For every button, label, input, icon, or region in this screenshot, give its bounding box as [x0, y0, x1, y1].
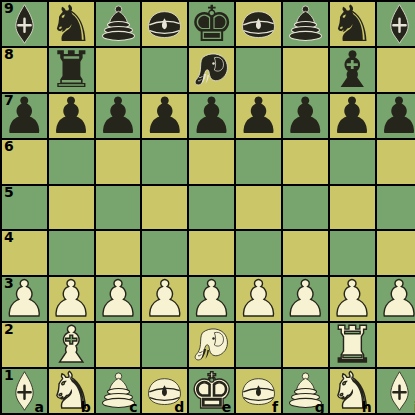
square-e2[interactable]: [189, 323, 234, 367]
square-g4[interactable]: [283, 231, 328, 275]
white-rook-icon[interactable]: ♜: [330, 323, 375, 367]
black-pawn-icon[interactable]: ♟: [283, 94, 328, 138]
white-pawn-icon[interactable]: ♟: [189, 277, 234, 321]
square-h5[interactable]: [330, 186, 375, 230]
square-g8[interactable]: [283, 48, 328, 92]
white-pawn-icon[interactable]: ♟: [236, 277, 281, 321]
square-c2[interactable]: [96, 323, 141, 367]
black-pawn-icon[interactable]: ♟: [142, 94, 187, 138]
rank-label-9: 9: [4, 0, 14, 16]
square-f1[interactable]: f: [236, 369, 281, 413]
square-c6[interactable]: [96, 140, 141, 184]
square-d6[interactable]: [142, 140, 187, 184]
square-h8[interactable]: ♝: [330, 48, 375, 92]
square-c5[interactable]: [96, 186, 141, 230]
square-h4[interactable]: [330, 231, 375, 275]
file-label-h: h: [362, 399, 372, 415]
square-a6[interactable]: 6: [2, 140, 47, 184]
black-knight-icon[interactable]: ♞: [49, 2, 94, 46]
square-i4[interactable]: [377, 231, 415, 275]
black-drunk-elephant-icon[interactable]: [191, 49, 232, 91]
square-g3[interactable]: ♟: [283, 277, 328, 321]
square-i5[interactable]: [377, 186, 415, 230]
black-knight-icon[interactable]: ♞: [330, 2, 375, 46]
square-b9[interactable]: ♞: [49, 2, 94, 46]
square-e3[interactable]: ♟: [189, 277, 234, 321]
square-c9[interactable]: [96, 2, 141, 46]
white-pawn-icon[interactable]: ♟: [283, 277, 328, 321]
black-pawn-icon[interactable]: ♟: [49, 94, 94, 138]
square-h1[interactable]: ♞h: [330, 369, 375, 413]
square-h9[interactable]: ♞: [330, 2, 375, 46]
black-rook-icon[interactable]: ♜: [49, 48, 94, 92]
square-d9[interactable]: [142, 2, 187, 46]
square-g9[interactable]: [283, 2, 328, 46]
black-pawn-icon[interactable]: ♟: [330, 94, 375, 138]
square-b3[interactable]: ♟: [49, 277, 94, 321]
white-pawn-icon[interactable]: ♟: [49, 277, 94, 321]
square-c8[interactable]: [96, 48, 141, 92]
square-e5[interactable]: [189, 186, 234, 230]
square-f2[interactable]: [236, 323, 281, 367]
square-e1[interactable]: ♚e: [189, 369, 234, 413]
file-label-a: a: [34, 399, 43, 415]
black-pawn-icon[interactable]: ♟: [189, 94, 234, 138]
white-lance-icon[interactable]: [379, 370, 415, 412]
square-f5[interactable]: [236, 186, 281, 230]
black-gold-general-icon[interactable]: [238, 3, 279, 45]
rank-label-4: 4: [4, 229, 14, 245]
square-e4[interactable]: [189, 231, 234, 275]
square-a4[interactable]: 4: [2, 231, 47, 275]
file-label-g: g: [315, 399, 325, 415]
square-i7[interactable]: ♟: [377, 94, 415, 138]
square-f3[interactable]: ♟: [236, 277, 281, 321]
black-gold-general-icon[interactable]: [144, 3, 185, 45]
square-c4[interactable]: [96, 231, 141, 275]
square-f9[interactable]: [236, 2, 281, 46]
square-a5[interactable]: 5: [2, 186, 47, 230]
square-e9[interactable]: ♚: [189, 2, 234, 46]
file-label-d: d: [174, 399, 184, 415]
square-g1[interactable]: g: [283, 369, 328, 413]
black-pawn-icon[interactable]: ♟: [96, 94, 141, 138]
square-h3[interactable]: ♟: [330, 277, 375, 321]
square-d5[interactable]: [142, 186, 187, 230]
square-h6[interactable]: [330, 140, 375, 184]
square-h2[interactable]: ♜: [330, 323, 375, 367]
square-d7[interactable]: ♟: [142, 94, 187, 138]
square-i9[interactable]: [377, 2, 415, 46]
white-pawn-icon[interactable]: ♟: [330, 277, 375, 321]
square-e8[interactable]: [189, 48, 234, 92]
square-a3[interactable]: ♟3: [2, 277, 47, 321]
square-e6[interactable]: [189, 140, 234, 184]
square-i1[interactable]: i: [377, 369, 415, 413]
square-f8[interactable]: [236, 48, 281, 92]
square-a2[interactable]: 2: [2, 323, 47, 367]
black-silver-general-icon[interactable]: [285, 3, 326, 45]
square-i8[interactable]: [377, 48, 415, 92]
file-label-f: f: [272, 399, 278, 415]
square-d2[interactable]: [142, 323, 187, 367]
square-d8[interactable]: [142, 48, 187, 92]
black-silver-general-icon[interactable]: [98, 3, 139, 45]
square-g7[interactable]: ♟: [283, 94, 328, 138]
white-pawn-icon[interactable]: ♟: [377, 277, 415, 321]
square-a9[interactable]: 9: [2, 2, 47, 46]
square-i3[interactable]: ♟: [377, 277, 415, 321]
file-label-e: e: [222, 399, 232, 415]
black-bishop-icon[interactable]: ♝: [330, 48, 375, 92]
square-c3[interactable]: ♟: [96, 277, 141, 321]
file-label-b: b: [81, 399, 91, 415]
square-b8[interactable]: ♜: [49, 48, 94, 92]
square-b5[interactable]: [49, 186, 94, 230]
square-e7[interactable]: ♟: [189, 94, 234, 138]
square-b6[interactable]: [49, 140, 94, 184]
square-c1[interactable]: c: [96, 369, 141, 413]
rank-label-7: 7: [4, 92, 14, 108]
square-c7[interactable]: ♟: [96, 94, 141, 138]
square-f7[interactable]: ♟: [236, 94, 281, 138]
square-a1[interactable]: 1a: [2, 369, 47, 413]
rank-label-3: 3: [4, 275, 14, 291]
board: 9♞♚♞8♜♝♟7♟♟♟♟♟♟♟♟654♟3♟♟♟♟♟♟♟♟2♝♜1a♞bcd♚…: [0, 0, 415, 415]
rank-label-8: 8: [4, 46, 14, 62]
square-b7[interactable]: ♟: [49, 94, 94, 138]
black-pawn-icon[interactable]: ♟: [236, 94, 281, 138]
square-g2[interactable]: [283, 323, 328, 367]
square-b4[interactable]: [49, 231, 94, 275]
square-d1[interactable]: d: [142, 369, 187, 413]
white-drunk-elephant-icon[interactable]: [191, 324, 232, 366]
square-a8[interactable]: 8: [2, 48, 47, 92]
square-d4[interactable]: [142, 231, 187, 275]
square-g6[interactable]: [283, 140, 328, 184]
square-i2[interactable]: [377, 323, 415, 367]
white-bishop-icon[interactable]: ♝: [49, 323, 94, 367]
black-lance-icon[interactable]: [379, 3, 415, 45]
square-b2[interactable]: ♝: [49, 323, 94, 367]
square-a7[interactable]: ♟7: [2, 94, 47, 138]
rank-label-2: 2: [4, 321, 14, 337]
square-b1[interactable]: ♞b: [49, 369, 94, 413]
square-h7[interactable]: ♟: [330, 94, 375, 138]
black-pawn-icon[interactable]: ♟: [377, 94, 415, 138]
white-pawn-icon[interactable]: ♟: [96, 277, 141, 321]
rank-label-6: 6: [4, 138, 14, 154]
rank-label-1: 1: [4, 367, 14, 383]
square-g5[interactable]: [283, 186, 328, 230]
square-f6[interactable]: [236, 140, 281, 184]
square-d3[interactable]: ♟: [142, 277, 187, 321]
rank-label-5: 5: [4, 184, 14, 200]
file-label-c: c: [129, 399, 137, 415]
square-i6[interactable]: [377, 140, 415, 184]
white-pawn-icon[interactable]: ♟: [142, 277, 187, 321]
black-king-icon[interactable]: ♚: [189, 2, 234, 46]
square-f4[interactable]: [236, 231, 281, 275]
